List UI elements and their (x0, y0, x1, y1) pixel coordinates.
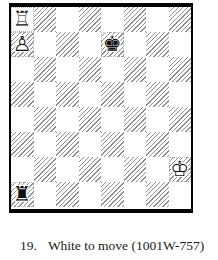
square-h7 (169, 32, 192, 57)
square-f5 (124, 82, 147, 107)
square-e8 (101, 7, 124, 32)
square-d5 (79, 82, 102, 107)
square-d6 (79, 57, 102, 82)
chess-board: ♜♖♟♙♚♚♔♜ (11, 7, 191, 207)
square-a8: ♜♖ (11, 7, 34, 32)
square-f2 (124, 157, 147, 182)
square-h5 (169, 82, 192, 107)
square-c6 (56, 57, 79, 82)
piece-black-king-e7: ♚ (101, 32, 124, 57)
square-a2 (11, 157, 34, 182)
diagram-caption: 19.White to move (1001W-757) (20, 238, 204, 254)
square-e5 (101, 82, 124, 107)
square-h2: ♚♔ (169, 157, 192, 182)
square-d3 (79, 132, 102, 157)
square-e6 (101, 57, 124, 82)
square-b5 (34, 82, 57, 107)
square-c4 (56, 107, 79, 132)
square-d1 (79, 182, 102, 207)
square-f4 (124, 107, 147, 132)
square-e7: ♚ (101, 32, 124, 57)
square-b2 (34, 157, 57, 182)
square-d7 (79, 32, 102, 57)
square-a1: ♜ (11, 182, 34, 207)
square-c3 (56, 132, 79, 157)
square-h3 (169, 132, 192, 157)
square-h6 (169, 57, 192, 82)
square-b8 (34, 7, 57, 32)
piece-white-rook-a8: ♜♖ (11, 7, 34, 32)
square-h8 (169, 7, 192, 32)
square-c2 (56, 157, 79, 182)
square-h4 (169, 107, 192, 132)
square-c5 (56, 82, 79, 107)
square-f8 (124, 7, 147, 32)
square-d4 (79, 107, 102, 132)
square-h1 (169, 182, 192, 207)
piece-white-pawn-a7: ♟♙ (11, 32, 34, 57)
square-b7 (34, 32, 57, 57)
square-g7 (146, 32, 169, 57)
square-b1 (34, 182, 57, 207)
square-c7 (56, 32, 79, 57)
square-f7 (124, 32, 147, 57)
square-g1 (146, 182, 169, 207)
diagram-number: 19. (20, 238, 37, 253)
square-a7: ♟♙ (11, 32, 34, 57)
square-g2 (146, 157, 169, 182)
square-a6 (11, 57, 34, 82)
square-g6 (146, 57, 169, 82)
book-page: ♜♖♟♙♚♚♔♜ 19.White to move (1001W-757) (0, 0, 218, 260)
square-a3 (11, 132, 34, 157)
square-c1 (56, 182, 79, 207)
square-f6 (124, 57, 147, 82)
square-b3 (34, 132, 57, 157)
square-g3 (146, 132, 169, 157)
square-a5 (11, 82, 34, 107)
square-g5 (146, 82, 169, 107)
square-f3 (124, 132, 147, 157)
square-b6 (34, 57, 57, 82)
square-e1 (101, 182, 124, 207)
square-e3 (101, 132, 124, 157)
square-e4 (101, 107, 124, 132)
square-d2 (79, 157, 102, 182)
square-f1 (124, 182, 147, 207)
chess-board-frame: ♜♖♟♙♚♚♔♜ (9, 3, 193, 213)
square-a4 (11, 107, 34, 132)
square-e2 (101, 157, 124, 182)
piece-black-rook-a1: ♜ (11, 182, 34, 207)
square-g8 (146, 7, 169, 32)
square-c8 (56, 7, 79, 32)
square-b4 (34, 107, 57, 132)
square-g4 (146, 107, 169, 132)
caption-text: White to move (1001W-757) (48, 238, 204, 253)
square-d8 (79, 7, 102, 32)
piece-white-king-h2: ♚♔ (169, 157, 192, 182)
